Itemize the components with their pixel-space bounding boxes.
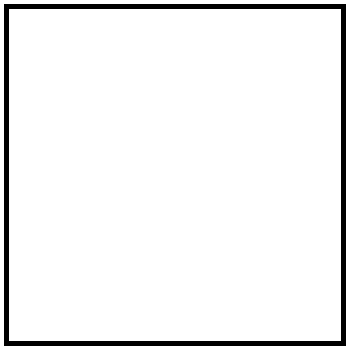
board-frame [4, 4, 346, 346]
chess-board [9, 9, 341, 341]
chess-diagram-page [0, 0, 350, 350]
